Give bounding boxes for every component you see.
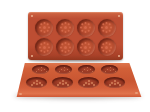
top-mold bbox=[28, 12, 123, 60]
top-mold-cavity-grid bbox=[28, 12, 123, 60]
corner-tab-icon bbox=[135, 92, 138, 94]
flower-relief-icon bbox=[105, 26, 108, 29]
bottom-mold-cavity bbox=[52, 77, 73, 88]
mold-cavity-flower bbox=[77, 38, 95, 56]
bottom-mold bbox=[16, 62, 142, 98]
mold-cavity-flower bbox=[56, 19, 74, 37]
bottom-mold-cavity bbox=[26, 77, 47, 88]
cavity-texture-dots-icon bbox=[62, 83, 64, 85]
mold-cavity-flower bbox=[35, 38, 53, 56]
mold-cavity-flower bbox=[98, 38, 116, 56]
bottom-mold-cavity bbox=[32, 65, 49, 74]
mold-cavity-flower bbox=[77, 19, 95, 37]
flower-relief-icon bbox=[43, 46, 46, 49]
bottom-mold-cavity-row-back bbox=[12, 65, 138, 74]
bottom-mold-cavity bbox=[78, 77, 99, 88]
flower-relief-icon bbox=[84, 26, 87, 29]
cavity-texture-dots-icon bbox=[36, 83, 38, 85]
bottom-mold-cavity bbox=[78, 65, 95, 74]
cavity-texture-dots-icon bbox=[110, 70, 112, 72]
bottom-mold-cavity-row-front bbox=[12, 77, 138, 88]
mold-cavity-flower bbox=[56, 38, 74, 56]
silicone-mold-product-photo bbox=[0, 0, 150, 112]
cavity-texture-dots-icon bbox=[41, 70, 43, 72]
bottom-mold-cavity bbox=[55, 65, 72, 74]
mold-cavity-flower bbox=[35, 19, 53, 37]
flower-relief-icon bbox=[43, 26, 46, 29]
mold-cavity-flower bbox=[98, 19, 116, 37]
flower-relief-icon bbox=[84, 46, 87, 49]
bottom-mold-cavity bbox=[104, 77, 125, 88]
cavity-texture-dots-icon bbox=[114, 83, 116, 85]
cavity-texture-dots-icon bbox=[88, 83, 90, 85]
cavity-texture-dots-icon bbox=[87, 70, 89, 72]
flower-relief-icon bbox=[64, 26, 67, 29]
corner-tab-icon bbox=[19, 93, 22, 95]
flower-relief-icon bbox=[64, 46, 67, 49]
bottom-mold-cavity bbox=[101, 65, 118, 74]
cavity-texture-dots-icon bbox=[64, 70, 66, 72]
flower-relief-icon bbox=[105, 46, 108, 49]
